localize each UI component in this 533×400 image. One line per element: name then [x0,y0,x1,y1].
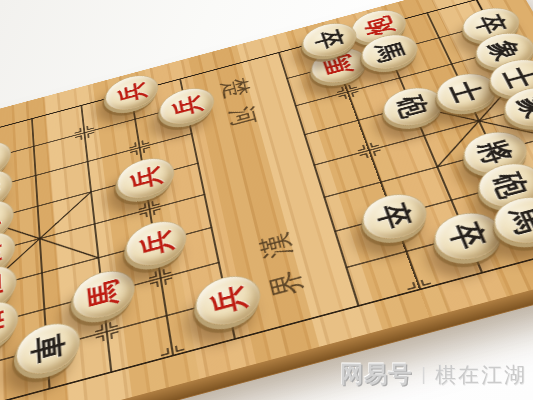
piece-glyph: 卒 [312,28,347,52]
piece-glyph: 車 [30,331,67,366]
piece-glyph: 馬 [85,278,122,311]
watermark-author: 棋在江湖 [435,361,527,389]
piece-glyph: 兵 [208,283,248,317]
piece-glyph: 馬 [505,203,533,236]
photo-scene: 楚河漢界 炮相仕帥仕相馬兵兵兵兵兵馬炮車卒卒馬砲卒士將砲馬卒象士象 网易号 | … [0,0,533,400]
piece-glyph: 象 [514,93,533,121]
piece-glyph: 士 [499,64,533,91]
piece-glyph: 卒 [373,200,415,232]
watermark-separator: | [421,364,426,385]
piece-glyph: 砲 [393,93,432,120]
piece-glyph: 馬 [371,39,408,64]
piece-glyph: 兵 [128,164,163,193]
piece-glyph: 卒 [445,219,490,252]
piece-glyph: 帥 [0,239,2,270]
piece-glyph: 兵 [138,227,175,258]
piece-glyph: 士 [446,79,486,106]
piece-glyph: 兵 [116,80,148,105]
piece-glyph: 馬 [321,53,357,78]
xiangqi-board: 楚河漢界 炮相仕帥仕相馬兵兵兵兵兵馬炮車卒卒馬砲卒士將砲馬卒象士象 [0,0,533,400]
watermark: 网易号 | 棋在江湖 [340,359,527,390]
piece-glyph: 仕 [0,272,3,304]
piece-glyph: 相 [0,308,5,342]
piece-glyph: 兵 [170,93,204,119]
watermark-brand: 网易号 [340,359,412,390]
piece-glyph: 仕 [0,206,1,235]
